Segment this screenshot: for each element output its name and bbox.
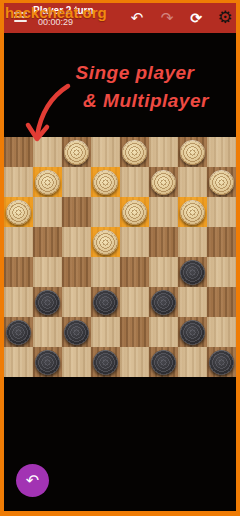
white-piece[interactable]: [151, 170, 176, 195]
white-piece[interactable]: [180, 200, 205, 225]
settings-gear-icon[interactable]: ⚙: [213, 3, 237, 33]
square-2-5[interactable]: [149, 197, 178, 227]
black-piece[interactable]: [64, 320, 89, 345]
square-4-6[interactable]: [178, 257, 207, 287]
square-7-6[interactable]: [178, 347, 207, 377]
square-5-3[interactable]: [91, 287, 120, 317]
square-0-3[interactable]: [91, 137, 120, 167]
square-0-7[interactable]: [207, 137, 236, 167]
square-2-0[interactable]: [4, 197, 33, 227]
square-6-0[interactable]: [4, 317, 33, 347]
square-7-3[interactable]: [91, 347, 120, 377]
square-3-3[interactable]: [91, 227, 120, 257]
square-6-3[interactable]: [91, 317, 120, 347]
square-6-2[interactable]: [62, 317, 91, 347]
square-5-5[interactable]: [149, 287, 178, 317]
square-6-4[interactable]: [120, 317, 149, 347]
black-piece[interactable]: [209, 350, 234, 375]
square-2-6[interactable]: [178, 197, 207, 227]
square-1-6[interactable]: [178, 167, 207, 197]
black-piece[interactable]: [151, 290, 176, 315]
square-5-1[interactable]: [33, 287, 62, 317]
white-piece[interactable]: [180, 140, 205, 165]
square-5-7[interactable]: [207, 287, 236, 317]
game-timer: 00:00:29: [33, 17, 94, 28]
square-5-0[interactable]: [4, 287, 33, 317]
square-3-0[interactable]: [4, 227, 33, 257]
square-6-1[interactable]: [33, 317, 62, 347]
square-5-2[interactable]: [62, 287, 91, 317]
black-piece[interactable]: [6, 320, 31, 345]
menu-icon[interactable]: [14, 12, 27, 24]
square-0-6[interactable]: [178, 137, 207, 167]
square-4-1[interactable]: [33, 257, 62, 287]
square-4-7[interactable]: [207, 257, 236, 287]
square-7-0[interactable]: [4, 347, 33, 377]
square-4-5[interactable]: [149, 257, 178, 287]
app-screen: Player 2 turn 00:00:29 ↶ ↷ ⟳ ⚙ hackcheat…: [0, 0, 240, 516]
square-1-4[interactable]: [120, 167, 149, 197]
white-piece[interactable]: [6, 200, 31, 225]
square-3-6[interactable]: [178, 227, 207, 257]
black-piece[interactable]: [180, 320, 205, 345]
square-2-1[interactable]: [33, 197, 62, 227]
square-2-4[interactable]: [120, 197, 149, 227]
square-1-2[interactable]: [62, 167, 91, 197]
title-block: Player 2 turn 00:00:29: [33, 5, 94, 28]
restart-icon[interactable]: ⟳: [184, 3, 208, 33]
white-piece[interactable]: [93, 230, 118, 255]
undo-fab-button[interactable]: ↶: [16, 464, 49, 497]
square-4-2[interactable]: [62, 257, 91, 287]
square-2-3[interactable]: [91, 197, 120, 227]
square-7-7[interactable]: [207, 347, 236, 377]
white-piece[interactable]: [122, 200, 147, 225]
annotation-line1: Singe player: [45, 62, 225, 84]
square-4-3[interactable]: [91, 257, 120, 287]
square-6-6[interactable]: [178, 317, 207, 347]
square-7-4[interactable]: [120, 347, 149, 377]
square-7-2[interactable]: [62, 347, 91, 377]
annotation-arrow: [22, 82, 82, 147]
square-1-5[interactable]: [149, 167, 178, 197]
square-2-7[interactable]: [207, 197, 236, 227]
white-piece[interactable]: [93, 170, 118, 195]
square-3-5[interactable]: [149, 227, 178, 257]
square-3-2[interactable]: [62, 227, 91, 257]
turn-indicator: Player 2 turn: [33, 5, 94, 17]
undo-icon[interactable]: ↶: [125, 3, 149, 33]
square-1-1[interactable]: [33, 167, 62, 197]
square-3-7[interactable]: [207, 227, 236, 257]
app-bar: Player 2 turn 00:00:29 ↶ ↷ ⟳ ⚙: [4, 3, 236, 33]
square-1-7[interactable]: [207, 167, 236, 197]
square-5-6[interactable]: [178, 287, 207, 317]
square-6-7[interactable]: [207, 317, 236, 347]
square-4-0[interactable]: [4, 257, 33, 287]
white-piece[interactable]: [35, 170, 60, 195]
black-piece[interactable]: [93, 290, 118, 315]
square-4-4[interactable]: [120, 257, 149, 287]
black-piece[interactable]: [180, 260, 205, 285]
square-0-4[interactable]: [120, 137, 149, 167]
square-3-4[interactable]: [120, 227, 149, 257]
annotation-line2: & Multiplayer: [56, 90, 236, 112]
board: [4, 137, 236, 377]
square-5-4[interactable]: [120, 287, 149, 317]
black-piece[interactable]: [35, 350, 60, 375]
white-piece[interactable]: [122, 140, 147, 165]
black-piece[interactable]: [93, 350, 118, 375]
square-1-3[interactable]: [91, 167, 120, 197]
square-2-2[interactable]: [62, 197, 91, 227]
square-3-1[interactable]: [33, 227, 62, 257]
square-7-5[interactable]: [149, 347, 178, 377]
square-7-1[interactable]: [33, 347, 62, 377]
square-0-5[interactable]: [149, 137, 178, 167]
white-piece[interactable]: [209, 170, 234, 195]
square-6-5[interactable]: [149, 317, 178, 347]
black-piece[interactable]: [151, 350, 176, 375]
redo-icon[interactable]: ↷: [155, 3, 179, 33]
square-1-0[interactable]: [4, 167, 33, 197]
black-piece[interactable]: [35, 290, 60, 315]
